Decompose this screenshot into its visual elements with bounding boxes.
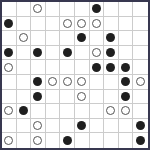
cell-r5c0[interactable]	[2, 75, 17, 90]
black-circle	[136, 121, 145, 130]
cell-r6c6[interactable]	[90, 90, 105, 105]
cell-r6c5[interactable]	[75, 90, 90, 105]
cell-r5c4[interactable]	[60, 75, 75, 90]
cell-r9c4[interactable]	[60, 133, 75, 148]
cell-r5c2[interactable]	[31, 75, 46, 90]
cell-r9c9[interactable]	[133, 133, 148, 148]
cell-r0c6[interactable]	[90, 2, 105, 17]
black-circle	[63, 48, 72, 57]
cell-r3c0[interactable]	[2, 46, 17, 61]
cell-r2c2[interactable]	[31, 31, 46, 46]
cell-r0c8[interactable]	[119, 2, 134, 17]
white-circle	[121, 106, 130, 115]
cell-r1c0[interactable]	[2, 17, 17, 32]
cell-r2c0[interactable]	[2, 31, 17, 46]
cell-r7c2[interactable]	[31, 104, 46, 119]
cell-r9c1[interactable]	[17, 133, 32, 148]
cell-r4c5[interactable]	[75, 60, 90, 75]
cell-r2c1[interactable]	[17, 31, 32, 46]
white-circle	[136, 77, 145, 86]
white-circle	[77, 19, 86, 28]
cell-r9c0[interactable]	[2, 133, 17, 148]
cell-r7c6[interactable]	[90, 104, 105, 119]
cell-r1c2[interactable]	[31, 17, 46, 32]
white-circle	[4, 136, 13, 145]
black-circle	[136, 136, 145, 145]
cell-r9c2[interactable]	[31, 133, 46, 148]
black-circle	[77, 33, 86, 42]
black-circle	[4, 19, 13, 28]
cell-r1c4[interactable]	[60, 17, 75, 32]
cell-r8c2[interactable]	[31, 119, 46, 134]
cell-r0c4[interactable]	[60, 2, 75, 17]
cell-r8c4[interactable]	[60, 119, 75, 134]
cell-r0c0[interactable]	[2, 2, 17, 17]
cell-r3c3[interactable]	[46, 46, 61, 61]
cell-r0c3[interactable]	[46, 2, 61, 17]
cell-r5c1[interactable]	[17, 75, 32, 90]
white-circle	[19, 33, 28, 42]
cell-r8c6[interactable]	[90, 119, 105, 134]
white-circle	[33, 121, 42, 130]
cell-r6c1[interactable]	[17, 90, 32, 105]
cell-r8c5[interactable]	[75, 119, 90, 134]
cell-r6c8[interactable]	[119, 90, 134, 105]
white-circle	[4, 63, 13, 72]
cell-r1c7[interactable]	[104, 17, 119, 32]
cell-r5c5[interactable]	[75, 75, 90, 90]
cell-r4c9[interactable]	[133, 60, 148, 75]
cell-r6c0[interactable]	[2, 90, 17, 105]
cell-r4c1[interactable]	[17, 60, 32, 75]
cell-r4c8[interactable]	[119, 60, 134, 75]
cell-r4c2[interactable]	[31, 60, 46, 75]
cell-r3c9[interactable]	[133, 46, 148, 61]
cell-r2c4[interactable]	[60, 31, 75, 46]
cell-r7c0[interactable]	[2, 104, 17, 119]
cell-r7c4[interactable]	[60, 104, 75, 119]
cell-r4c4[interactable]	[60, 60, 75, 75]
white-circle	[92, 19, 101, 28]
cell-r7c8[interactable]	[119, 104, 134, 119]
cell-r0c7[interactable]	[104, 2, 119, 17]
cell-r0c2[interactable]	[31, 2, 46, 17]
white-circle	[33, 4, 42, 13]
black-circle	[33, 92, 42, 101]
cell-r5c6[interactable]	[90, 75, 105, 90]
cell-r1c1[interactable]	[17, 17, 32, 32]
cell-r6c3[interactable]	[46, 90, 61, 105]
cell-r9c5[interactable]	[75, 133, 90, 148]
white-circle	[77, 92, 86, 101]
cell-r2c6[interactable]	[90, 31, 105, 46]
cell-r4c3[interactable]	[46, 60, 61, 75]
white-circle	[63, 77, 72, 86]
cell-r0c9[interactable]	[133, 2, 148, 17]
cell-r2c5[interactable]	[75, 31, 90, 46]
cell-r5c7[interactable]	[104, 75, 119, 90]
cell-r3c6[interactable]	[90, 46, 105, 61]
cell-r8c7[interactable]	[104, 119, 119, 134]
white-circle	[48, 77, 57, 86]
cell-r1c8[interactable]	[119, 17, 134, 32]
cell-r3c7[interactable]	[104, 46, 119, 61]
black-circle	[121, 63, 130, 72]
cell-r3c5[interactable]	[75, 46, 90, 61]
cell-r6c9[interactable]	[133, 90, 148, 105]
black-circle	[63, 136, 72, 145]
black-circle	[4, 48, 13, 57]
cell-r3c8[interactable]	[119, 46, 134, 61]
black-circle	[92, 4, 101, 13]
cell-r1c5[interactable]	[75, 17, 90, 32]
black-circle	[77, 121, 86, 130]
cell-r8c0[interactable]	[2, 119, 17, 134]
cell-r7c1[interactable]	[17, 104, 32, 119]
cell-r3c2[interactable]	[31, 46, 46, 61]
cell-r0c5[interactable]	[75, 2, 90, 17]
cell-r4c6[interactable]	[90, 60, 105, 75]
cell-r2c7[interactable]	[104, 31, 119, 46]
cell-r1c9[interactable]	[133, 17, 148, 32]
cell-r5c3[interactable]	[46, 75, 61, 90]
white-circle	[106, 106, 115, 115]
black-circle	[92, 63, 101, 72]
cell-r1c3[interactable]	[46, 17, 61, 32]
cell-r5c8[interactable]	[119, 75, 134, 90]
black-circle	[121, 92, 130, 101]
cell-r8c8[interactable]	[119, 119, 134, 134]
cell-r6c2[interactable]	[31, 90, 46, 105]
cell-r9c6[interactable]	[90, 133, 105, 148]
black-circle	[121, 77, 130, 86]
cell-r6c4[interactable]	[60, 90, 75, 105]
cell-r4c7[interactable]	[104, 60, 119, 75]
cell-r8c1[interactable]	[17, 119, 32, 134]
black-circle	[33, 48, 42, 57]
white-circle	[92, 48, 101, 57]
cell-r7c3[interactable]	[46, 104, 61, 119]
cell-r7c5[interactable]	[75, 104, 90, 119]
cell-r2c3[interactable]	[46, 31, 61, 46]
black-circle	[33, 77, 42, 86]
white-circle	[77, 77, 86, 86]
cell-r5c9[interactable]	[133, 75, 148, 90]
white-circle	[63, 19, 72, 28]
cell-r0c1[interactable]	[17, 2, 32, 17]
white-circle	[4, 106, 13, 115]
cell-r9c7[interactable]	[104, 133, 119, 148]
black-circle	[19, 106, 28, 115]
black-circle	[106, 33, 115, 42]
cell-r9c3[interactable]	[46, 133, 61, 148]
black-circle	[106, 48, 115, 57]
cell-r3c4[interactable]	[60, 46, 75, 61]
cell-r7c9[interactable]	[133, 104, 148, 119]
cell-r2c8[interactable]	[119, 31, 134, 46]
cell-r6c7[interactable]	[104, 90, 119, 105]
cell-r7c7[interactable]	[104, 104, 119, 119]
cell-r2c9[interactable]	[133, 31, 148, 46]
masyu-board	[0, 0, 150, 150]
black-circle	[106, 63, 115, 72]
cell-r8c3[interactable]	[46, 119, 61, 134]
cell-r9c8[interactable]	[119, 133, 134, 148]
cell-r4c0[interactable]	[2, 60, 17, 75]
cell-r3c1[interactable]	[17, 46, 32, 61]
cell-r1c6[interactable]	[90, 17, 105, 32]
cell-r8c9[interactable]	[133, 119, 148, 134]
white-circle	[33, 136, 42, 145]
